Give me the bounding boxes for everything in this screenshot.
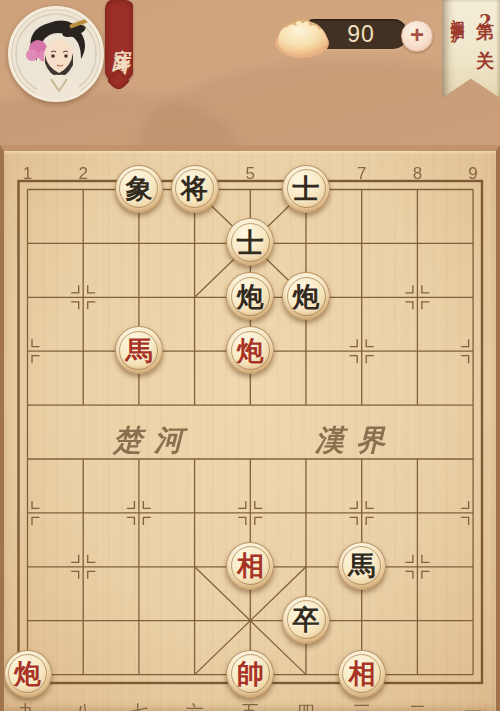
file-label-bottom: 六: [186, 700, 204, 711]
player-avatar[interactable]: [8, 6, 104, 102]
file-label-top: 7: [357, 164, 366, 184]
piece-glyph: 帥: [237, 660, 264, 687]
piece-glyph: 馬: [125, 337, 152, 364]
piece-glyph: 炮: [237, 283, 264, 310]
river-label-right: 漢界: [315, 423, 397, 457]
file-label-bottom: 二: [408, 700, 426, 711]
piece-glyph: 士: [293, 175, 320, 202]
file-label-bottom: 五: [241, 700, 259, 711]
file-label-bottom: 三: [353, 700, 371, 711]
piece-glyph: 将: [181, 175, 208, 202]
add-buns-button[interactable]: +: [401, 20, 433, 52]
avatar-portrait: [11, 9, 101, 99]
piece-red-1-10[interactable]: 炮: [4, 650, 52, 698]
bun-icon: [272, 13, 334, 59]
bun-count: 90: [333, 21, 375, 48]
piece-red-5-8[interactable]: 相: [226, 542, 274, 590]
piece-black-6-9[interactable]: 卒: [282, 596, 330, 644]
river-label-left: 楚河: [113, 423, 195, 457]
level-number-label: 第2关: [473, 7, 497, 40]
file-label-top: 2: [78, 164, 87, 184]
piece-red-5-10[interactable]: 帥: [226, 650, 274, 698]
level-stage-label: 初出茅庐: [449, 7, 467, 19]
role-ribbon: 守阵者: [105, 0, 133, 80]
piece-glyph: 炮: [293, 283, 320, 310]
piece-glyph: 相: [237, 552, 264, 579]
file-label-bottom: 九: [19, 700, 37, 711]
piece-black-5-2[interactable]: 士: [226, 218, 274, 266]
piece-glyph: 象: [125, 175, 152, 202]
file-label-top: 9: [468, 164, 477, 184]
file-label-bottom: 八: [74, 700, 92, 711]
piece-glyph: 馬: [348, 552, 375, 579]
file-label-top: 1: [23, 164, 32, 184]
piece-red-3-4[interactable]: 馬: [115, 326, 163, 374]
piece-red-5-4[interactable]: 炮: [226, 326, 274, 374]
piece-glyph: 炮: [14, 660, 41, 687]
piece-black-4-1[interactable]: 将: [171, 165, 219, 213]
file-label-top: 8: [413, 164, 422, 184]
piece-black-5-3[interactable]: 炮: [226, 272, 274, 320]
piece-glyph: 卒: [293, 606, 320, 633]
xiangqi-app: 守阵者 90 + 第2关 初出茅庐 123456789 九八七六五四三二一 楚河…: [0, 0, 500, 711]
piece-glyph: 炮: [237, 337, 264, 364]
piece-red-7-10[interactable]: 相: [338, 650, 386, 698]
piece-black-6-1[interactable]: 士: [282, 165, 330, 213]
piece-black-3-1[interactable]: 象: [115, 165, 163, 213]
file-label-bottom: 七: [130, 700, 148, 711]
piece-glyph: 士: [237, 229, 264, 256]
file-label-bottom: 一: [464, 700, 482, 711]
piece-black-7-8[interactable]: 馬: [338, 542, 386, 590]
piece-glyph: 相: [348, 660, 375, 687]
xiangqi-board[interactable]: 123456789 九八七六五四三二一 楚河 漢界 象将士士炮炮馬炮相馬卒炮帥相: [0, 145, 500, 711]
role-ribbon-label: 守阵者: [105, 6, 133, 78]
file-label-bottom: 四: [297, 700, 315, 711]
piece-black-6-3[interactable]: 炮: [282, 272, 330, 320]
file-label-top: 5: [246, 164, 255, 184]
